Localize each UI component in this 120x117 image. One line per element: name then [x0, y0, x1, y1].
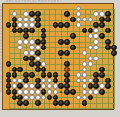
white-stone — [82, 17, 88, 23]
black-stone — [111, 50, 117, 56]
black-stone — [105, 83, 111, 89]
black-stone — [12, 95, 18, 101]
black-stone — [64, 22, 70, 28]
black-stone — [64, 100, 70, 106]
black-stone — [35, 50, 41, 56]
grid-line-horizontal — [9, 108, 115, 109]
black-stone — [99, 89, 105, 95]
white-stone — [76, 78, 82, 84]
white-stone — [35, 89, 41, 95]
white-stone — [29, 39, 35, 45]
white-stone — [88, 61, 94, 67]
black-stone — [58, 39, 64, 45]
black-stone — [6, 89, 12, 95]
black-stone — [29, 72, 35, 78]
black-stone — [6, 61, 12, 67]
black-stone — [35, 39, 41, 45]
black-stone — [58, 22, 64, 28]
go-client-window: A B C D E F G H J K L M N O P Q R S T 19… — [0, 0, 120, 117]
white-stone — [93, 56, 99, 62]
black-stone — [29, 28, 35, 34]
black-stone — [82, 100, 88, 106]
black-stone — [41, 45, 47, 51]
white-stone — [93, 11, 99, 17]
black-stone — [35, 67, 41, 73]
black-stone — [41, 89, 47, 95]
white-stone — [82, 89, 88, 95]
white-stone — [88, 17, 94, 23]
go-board[interactable] — [2, 3, 114, 110]
white-stone — [53, 89, 59, 95]
black-stone — [53, 100, 59, 106]
black-stone — [58, 83, 64, 89]
black-stone — [41, 39, 47, 45]
black-stone — [64, 39, 70, 45]
black-stone — [64, 89, 70, 95]
black-stone — [17, 100, 23, 106]
black-stone — [23, 56, 29, 62]
black-stone — [64, 11, 70, 17]
black-stone — [105, 39, 111, 45]
black-stone — [99, 72, 105, 78]
black-stone — [105, 45, 111, 51]
white-stone — [76, 22, 82, 28]
white-stone — [23, 89, 29, 95]
black-stone — [35, 22, 41, 28]
white-stone — [82, 61, 88, 67]
white-stone — [93, 45, 99, 51]
black-stone — [105, 17, 111, 23]
black-stone — [64, 61, 70, 67]
white-stone — [88, 33, 94, 39]
black-stone — [88, 95, 94, 101]
black-stone — [99, 22, 105, 28]
star-point — [60, 91, 62, 93]
white-stone — [41, 95, 47, 101]
white-stone — [93, 89, 99, 95]
black-stone — [17, 28, 23, 34]
grid-line-vertical — [108, 9, 109, 110]
black-stone — [64, 50, 70, 56]
black-stone — [29, 61, 35, 67]
black-stone — [70, 45, 76, 51]
black-stone — [6, 22, 12, 28]
white-stone — [17, 39, 23, 45]
white-stone — [23, 50, 29, 56]
black-stone — [58, 50, 64, 56]
black-stone — [35, 100, 41, 106]
black-stone — [12, 28, 18, 34]
black-stone — [105, 28, 111, 34]
black-stone — [58, 100, 64, 106]
black-stone — [82, 28, 88, 34]
grid-line-vertical — [114, 9, 115, 110]
black-stone — [70, 17, 76, 23]
black-stone — [70, 33, 76, 39]
white-stone — [29, 95, 35, 101]
black-stone — [53, 22, 59, 28]
black-stone — [23, 100, 29, 106]
white-stone — [41, 61, 47, 67]
white-stone — [93, 39, 99, 45]
black-stone — [70, 89, 76, 95]
white-stone — [17, 89, 23, 95]
white-stone — [88, 45, 94, 51]
white-stone — [76, 95, 82, 101]
black-stone — [12, 89, 18, 95]
white-stone — [76, 11, 82, 17]
white-stone — [47, 89, 53, 95]
white-stone — [23, 39, 29, 45]
white-stone — [29, 89, 35, 95]
black-stone — [47, 95, 53, 101]
white-stone — [29, 50, 35, 56]
black-stone — [35, 61, 41, 67]
black-stone — [99, 33, 105, 39]
white-stone — [17, 45, 23, 51]
black-stone — [17, 67, 23, 73]
grid-line-horizontal — [9, 64, 115, 65]
white-stone — [88, 89, 94, 95]
white-stone — [82, 50, 88, 56]
